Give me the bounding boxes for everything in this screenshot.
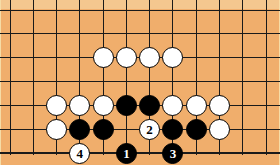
move-1-black-stone: 1 [116, 143, 137, 164]
black-stone [139, 95, 160, 116]
move-3-black-stone: 3 [162, 143, 183, 164]
grid-line-horizontal [0, 81, 280, 82]
right-edge-sliver [279, 0, 280, 165]
go-diagram: 2413 [0, 0, 280, 165]
grid-line-vertical [242, 0, 243, 155]
white-stone [46, 119, 67, 140]
black-stone [116, 95, 137, 116]
go-board: 2413 [0, 0, 280, 165]
black-stone [69, 119, 90, 140]
grid-line-vertical [33, 0, 34, 155]
white-stone [93, 47, 114, 68]
white-stone [186, 95, 207, 116]
grid-line-horizontal [0, 33, 280, 34]
left-edge-sliver [0, 0, 1, 165]
black-stone [162, 119, 183, 140]
grid-line-vertical [126, 0, 127, 155]
white-stone [69, 95, 90, 116]
white-stone [46, 95, 67, 116]
white-stone [93, 95, 114, 116]
move-2-white-stone: 2 [139, 119, 160, 140]
white-stone [209, 95, 230, 116]
white-stone [162, 47, 183, 68]
white-stone [209, 119, 230, 140]
black-stone [186, 119, 207, 140]
board-top-margin [0, 0, 280, 9]
white-stone [162, 95, 183, 116]
grid-line-horizontal [0, 10, 280, 11]
grid-line-vertical [10, 0, 11, 155]
board-bottom-edge-line [0, 152, 280, 154]
white-stone [116, 47, 137, 68]
black-stone [93, 119, 114, 140]
grid-line-vertical [266, 0, 267, 155]
white-stone [139, 47, 160, 68]
move-4-white-stone: 4 [69, 143, 90, 164]
